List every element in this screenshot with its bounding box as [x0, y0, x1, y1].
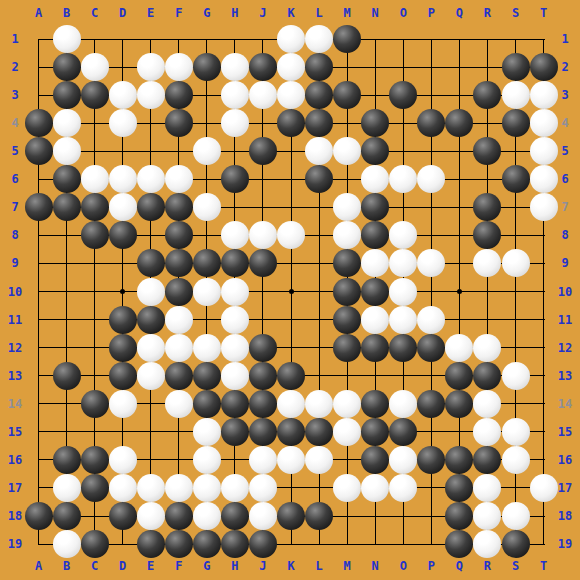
white-stone-E13[interactable] [137, 362, 165, 390]
white-stone-B5[interactable] [53, 137, 81, 165]
row-label-right-15: 15 [553, 425, 577, 439]
white-stone-M17[interactable] [333, 474, 361, 502]
black-stone-F19[interactable] [165, 530, 193, 558]
white-stone-F17[interactable] [165, 474, 193, 502]
black-stone-P14[interactable] [417, 390, 445, 418]
row-label-left-4: 4 [3, 116, 27, 130]
col-label-top-J: J [251, 6, 275, 20]
col-label-top-E: E [139, 6, 163, 20]
row-label-left-11: 11 [3, 313, 27, 327]
white-stone-M7[interactable] [333, 193, 361, 221]
white-stone-M5[interactable] [333, 137, 361, 165]
white-stone-K3[interactable] [277, 81, 305, 109]
white-stone-O10[interactable] [389, 278, 417, 306]
col-label-top-S: S [504, 6, 528, 20]
row-label-right-13: 13 [553, 369, 577, 383]
col-label-bottom-F: F [167, 559, 191, 573]
black-stone-B6[interactable] [53, 165, 81, 193]
white-stone-O14[interactable] [389, 390, 417, 418]
row-label-right-4: 4 [553, 116, 577, 130]
black-stone-M10[interactable] [333, 278, 361, 306]
white-stone-N6[interactable] [361, 165, 389, 193]
black-stone-O12[interactable] [389, 334, 417, 362]
white-stone-D16[interactable] [109, 446, 137, 474]
white-stone-J18[interactable] [249, 502, 277, 530]
white-stone-J8[interactable] [249, 221, 277, 249]
white-stone-G15[interactable] [193, 418, 221, 446]
row-label-left-9: 9 [3, 256, 27, 270]
white-stone-G7[interactable] [193, 193, 221, 221]
black-stone-C8[interactable] [81, 221, 109, 249]
row-label-right-2: 2 [553, 60, 577, 74]
black-stone-F10[interactable] [165, 278, 193, 306]
black-stone-H6[interactable] [221, 165, 249, 193]
white-stone-H4[interactable] [221, 109, 249, 137]
black-stone-K13[interactable] [277, 362, 305, 390]
row-label-left-1: 1 [3, 32, 27, 46]
white-stone-M15[interactable] [333, 418, 361, 446]
white-stone-S18[interactable] [502, 502, 530, 530]
black-stone-N12[interactable] [361, 334, 389, 362]
white-stone-F11[interactable] [165, 306, 193, 334]
hoshi-point-Q10 [457, 289, 462, 294]
black-stone-F13[interactable] [165, 362, 193, 390]
black-stone-E19[interactable] [137, 530, 165, 558]
white-stone-G18[interactable] [193, 502, 221, 530]
white-stone-O9[interactable] [389, 249, 417, 277]
black-stone-J2[interactable] [249, 53, 277, 81]
black-stone-D18[interactable] [109, 502, 137, 530]
white-stone-R17[interactable] [473, 474, 501, 502]
black-stone-J12[interactable] [249, 334, 277, 362]
black-stone-A7[interactable] [25, 193, 53, 221]
black-stone-M12[interactable] [333, 334, 361, 362]
col-label-bottom-T: T [532, 559, 556, 573]
col-label-top-L: L [307, 6, 331, 20]
black-stone-Q19[interactable] [445, 530, 473, 558]
row-label-right-8: 8 [553, 228, 577, 242]
black-stone-J15[interactable] [249, 418, 277, 446]
black-stone-S6[interactable] [502, 165, 530, 193]
white-stone-E10[interactable] [137, 278, 165, 306]
black-stone-C7[interactable] [81, 193, 109, 221]
black-stone-F18[interactable] [165, 502, 193, 530]
black-stone-B16[interactable] [53, 446, 81, 474]
black-stone-M9[interactable] [333, 249, 361, 277]
black-stone-F3[interactable] [165, 81, 193, 109]
black-stone-Q18[interactable] [445, 502, 473, 530]
white-stone-H13[interactable] [221, 362, 249, 390]
white-stone-L1[interactable] [305, 25, 333, 53]
grid-hline [39, 151, 545, 152]
black-stone-P12[interactable] [417, 334, 445, 362]
white-stone-E2[interactable] [137, 53, 165, 81]
black-stone-F7[interactable] [165, 193, 193, 221]
row-label-right-12: 12 [553, 341, 577, 355]
black-stone-K18[interactable] [277, 502, 305, 530]
white-stone-F12[interactable] [165, 334, 193, 362]
black-stone-L3[interactable] [305, 81, 333, 109]
col-label-top-Q: Q [447, 6, 471, 20]
col-label-top-C: C [83, 6, 107, 20]
row-label-right-1: 1 [553, 32, 577, 46]
black-stone-H18[interactable] [221, 502, 249, 530]
white-stone-O16[interactable] [389, 446, 417, 474]
col-label-top-A: A [27, 6, 51, 20]
white-stone-K16[interactable] [277, 446, 305, 474]
white-stone-K1[interactable] [277, 25, 305, 53]
white-stone-C2[interactable] [81, 53, 109, 81]
col-label-top-T: T [532, 6, 556, 20]
black-stone-F4[interactable] [165, 109, 193, 137]
black-stone-Q14[interactable] [445, 390, 473, 418]
col-label-bottom-O: O [391, 559, 415, 573]
white-stone-G12[interactable] [193, 334, 221, 362]
white-stone-D4[interactable] [109, 109, 137, 137]
black-stone-N4[interactable] [361, 109, 389, 137]
white-stone-R19[interactable] [473, 530, 501, 558]
white-stone-S13[interactable] [502, 362, 530, 390]
row-label-right-11: 11 [553, 313, 577, 327]
col-label-bottom-M: M [335, 559, 359, 573]
white-stone-S16[interactable] [502, 446, 530, 474]
black-stone-M3[interactable] [333, 81, 361, 109]
black-stone-O3[interactable] [389, 81, 417, 109]
white-stone-D7[interactable] [109, 193, 137, 221]
row-label-left-2: 2 [3, 60, 27, 74]
black-stone-P4[interactable] [417, 109, 445, 137]
black-stone-S4[interactable] [502, 109, 530, 137]
row-label-left-6: 6 [3, 172, 27, 186]
col-label-bottom-N: N [363, 559, 387, 573]
row-label-left-8: 8 [3, 228, 27, 242]
black-stone-Q17[interactable] [445, 474, 473, 502]
row-label-right-7: 7 [553, 200, 577, 214]
black-stone-F8[interactable] [165, 221, 193, 249]
white-stone-N17[interactable] [361, 474, 389, 502]
row-label-left-19: 19 [3, 537, 27, 551]
col-label-top-R: R [475, 6, 499, 20]
black-stone-E9[interactable] [137, 249, 165, 277]
white-stone-D6[interactable] [109, 165, 137, 193]
row-label-left-3: 3 [3, 88, 27, 102]
col-label-top-K: K [279, 6, 303, 20]
row-label-left-16: 16 [3, 453, 27, 467]
black-stone-L4[interactable] [305, 109, 333, 137]
col-label-bottom-D: D [111, 559, 135, 573]
col-label-bottom-K: K [279, 559, 303, 573]
black-stone-E11[interactable] [137, 306, 165, 334]
row-label-left-5: 5 [3, 144, 27, 158]
white-stone-B17[interactable] [53, 474, 81, 502]
white-stone-D3[interactable] [109, 81, 137, 109]
black-stone-N16[interactable] [361, 446, 389, 474]
black-stone-J13[interactable] [249, 362, 277, 390]
white-stone-K14[interactable] [277, 390, 305, 418]
black-stone-R8[interactable] [473, 221, 501, 249]
white-stone-F6[interactable] [165, 165, 193, 193]
black-stone-K15[interactable] [277, 418, 305, 446]
white-stone-G10[interactable] [193, 278, 221, 306]
black-stone-O15[interactable] [389, 418, 417, 446]
col-label-bottom-P: P [419, 559, 443, 573]
row-label-right-10: 10 [553, 285, 577, 299]
col-label-bottom-R: R [475, 559, 499, 573]
black-stone-B3[interactable] [53, 81, 81, 109]
black-stone-G9[interactable] [193, 249, 221, 277]
white-stone-L14[interactable] [305, 390, 333, 418]
row-label-right-9: 9 [553, 256, 577, 270]
col-label-top-B: B [55, 6, 79, 20]
white-stone-M8[interactable] [333, 221, 361, 249]
row-label-right-14: 14 [553, 397, 577, 411]
row-label-left-7: 7 [3, 200, 27, 214]
black-stone-D8[interactable] [109, 221, 137, 249]
col-label-bottom-G: G [195, 559, 219, 573]
white-stone-P11[interactable] [417, 306, 445, 334]
white-stone-N11[interactable] [361, 306, 389, 334]
black-stone-R7[interactable] [473, 193, 501, 221]
row-label-right-3: 3 [553, 88, 577, 102]
black-stone-C16[interactable] [81, 446, 109, 474]
row-label-right-17: 17 [553, 481, 577, 495]
col-label-bottom-E: E [139, 559, 163, 573]
white-stone-E17[interactable] [137, 474, 165, 502]
white-stone-L16[interactable] [305, 446, 333, 474]
col-label-bottom-H: H [223, 559, 247, 573]
row-label-right-18: 18 [553, 509, 577, 523]
white-stone-Q12[interactable] [445, 334, 473, 362]
row-label-left-12: 12 [3, 341, 27, 355]
white-stone-H3[interactable] [221, 81, 249, 109]
white-stone-J17[interactable] [249, 474, 277, 502]
white-stone-P9[interactable] [417, 249, 445, 277]
col-label-top-P: P [419, 6, 443, 20]
black-stone-B13[interactable] [53, 362, 81, 390]
white-stone-F14[interactable] [165, 390, 193, 418]
row-label-left-10: 10 [3, 285, 27, 299]
black-stone-E7[interactable] [137, 193, 165, 221]
black-stone-L18[interactable] [305, 502, 333, 530]
white-stone-H11[interactable] [221, 306, 249, 334]
white-stone-H2[interactable] [221, 53, 249, 81]
white-stone-F2[interactable] [165, 53, 193, 81]
black-stone-N10[interactable] [361, 278, 389, 306]
black-stone-P16[interactable] [417, 446, 445, 474]
black-stone-M11[interactable] [333, 306, 361, 334]
black-stone-N7[interactable] [361, 193, 389, 221]
black-stone-L2[interactable] [305, 53, 333, 81]
row-label-right-16: 16 [553, 453, 577, 467]
white-stone-K2[interactable] [277, 53, 305, 81]
white-stone-P6[interactable] [417, 165, 445, 193]
col-label-bottom-L: L [307, 559, 331, 573]
black-stone-N5[interactable] [361, 137, 389, 165]
row-label-left-14: 14 [3, 397, 27, 411]
white-stone-O11[interactable] [389, 306, 417, 334]
white-stone-D17[interactable] [109, 474, 137, 502]
black-stone-G19[interactable] [193, 530, 221, 558]
black-stone-N15[interactable] [361, 418, 389, 446]
hoshi-point-K10 [289, 289, 294, 294]
black-stone-R3[interactable] [473, 81, 501, 109]
row-label-right-19: 19 [553, 537, 577, 551]
black-stone-Q13[interactable] [445, 362, 473, 390]
black-stone-K4[interactable] [277, 109, 305, 137]
white-stone-M14[interactable] [333, 390, 361, 418]
black-stone-Q16[interactable] [445, 446, 473, 474]
white-stone-E6[interactable] [137, 165, 165, 193]
black-stone-A18[interactable] [25, 502, 53, 530]
col-label-bottom-S: S [504, 559, 528, 573]
black-stone-R13[interactable] [473, 362, 501, 390]
white-stone-B1[interactable] [53, 25, 81, 53]
col-label-top-M: M [335, 6, 359, 20]
black-stone-C19[interactable] [81, 530, 109, 558]
white-stone-H17[interactable] [221, 474, 249, 502]
white-stone-H10[interactable] [221, 278, 249, 306]
black-stone-B18[interactable] [53, 502, 81, 530]
white-stone-K8[interactable] [277, 221, 305, 249]
black-stone-N14[interactable] [361, 390, 389, 418]
row-label-left-18: 18 [3, 509, 27, 523]
white-stone-G17[interactable] [193, 474, 221, 502]
black-stone-R5[interactable] [473, 137, 501, 165]
white-stone-J3[interactable] [249, 81, 277, 109]
black-stone-J9[interactable] [249, 249, 277, 277]
black-stone-J14[interactable] [249, 390, 277, 418]
black-stone-D12[interactable] [109, 334, 137, 362]
row-label-left-15: 15 [3, 425, 27, 439]
black-stone-H9[interactable] [221, 249, 249, 277]
black-stone-H14[interactable] [221, 390, 249, 418]
white-stone-R18[interactable] [473, 502, 501, 530]
white-stone-D14[interactable] [109, 390, 137, 418]
black-stone-M1[interactable] [333, 25, 361, 53]
white-stone-O6[interactable] [389, 165, 417, 193]
col-label-top-O: O [391, 6, 415, 20]
white-stone-R14[interactable] [473, 390, 501, 418]
black-stone-A4[interactable] [25, 109, 53, 137]
col-label-bottom-A: A [27, 559, 51, 573]
white-stone-R12[interactable] [473, 334, 501, 362]
row-label-right-6: 6 [553, 172, 577, 186]
black-stone-J19[interactable] [249, 530, 277, 558]
col-label-top-D: D [111, 6, 135, 20]
white-stone-R9[interactable] [473, 249, 501, 277]
row-label-left-13: 13 [3, 369, 27, 383]
black-stone-N8[interactable] [361, 221, 389, 249]
go-board[interactable]: AABBCCDDEEFFGGHHJJKKLLMMNNOOPPQQRRSSTT11… [0, 0, 580, 580]
white-stone-N9[interactable] [361, 249, 389, 277]
black-stone-C14[interactable] [81, 390, 109, 418]
white-stone-B4[interactable] [53, 109, 81, 137]
black-stone-L6[interactable] [305, 165, 333, 193]
black-stone-S2[interactable] [502, 53, 530, 81]
black-stone-F9[interactable] [165, 249, 193, 277]
black-stone-J5[interactable] [249, 137, 277, 165]
white-stone-O17[interactable] [389, 474, 417, 502]
black-stone-H19[interactable] [221, 530, 249, 558]
black-stone-S19[interactable] [502, 530, 530, 558]
white-stone-H8[interactable] [221, 221, 249, 249]
col-label-bottom-Q: Q [447, 559, 471, 573]
white-stone-R15[interactable] [473, 418, 501, 446]
col-label-top-G: G [195, 6, 219, 20]
col-label-top-H: H [223, 6, 247, 20]
row-label-right-5: 5 [553, 144, 577, 158]
white-stone-E3[interactable] [137, 81, 165, 109]
white-stone-E18[interactable] [137, 502, 165, 530]
white-stone-L5[interactable] [305, 137, 333, 165]
black-stone-C17[interactable] [81, 474, 109, 502]
white-stone-B19[interactable] [53, 530, 81, 558]
white-stone-J16[interactable] [249, 446, 277, 474]
row-label-left-17: 17 [3, 481, 27, 495]
white-stone-O8[interactable] [389, 221, 417, 249]
col-label-top-N: N [363, 6, 387, 20]
black-stone-B2[interactable] [53, 53, 81, 81]
white-stone-E12[interactable] [137, 334, 165, 362]
black-stone-D13[interactable] [109, 362, 137, 390]
white-stone-H12[interactable] [221, 334, 249, 362]
white-stone-S9[interactable] [502, 249, 530, 277]
black-stone-G13[interactable] [193, 362, 221, 390]
col-label-top-F: F [167, 6, 191, 20]
white-stone-G5[interactable] [193, 137, 221, 165]
col-label-bottom-C: C [83, 559, 107, 573]
black-stone-B7[interactable] [53, 193, 81, 221]
white-stone-S15[interactable] [502, 418, 530, 446]
grid-hline [39, 263, 545, 264]
black-stone-D11[interactable] [109, 306, 137, 334]
black-stone-Q4[interactable] [445, 109, 473, 137]
black-stone-L15[interactable] [305, 418, 333, 446]
black-stone-A5[interactable] [25, 137, 53, 165]
black-stone-G2[interactable] [193, 53, 221, 81]
black-stone-C3[interactable] [81, 81, 109, 109]
hoshi-point-D10 [120, 289, 125, 294]
col-label-bottom-B: B [55, 559, 79, 573]
white-stone-C6[interactable] [81, 165, 109, 193]
col-label-bottom-J: J [251, 559, 275, 573]
black-stone-G14[interactable] [193, 390, 221, 418]
black-stone-H15[interactable] [221, 418, 249, 446]
white-stone-G16[interactable] [193, 446, 221, 474]
black-stone-R16[interactable] [473, 446, 501, 474]
white-stone-S3[interactable] [502, 81, 530, 109]
